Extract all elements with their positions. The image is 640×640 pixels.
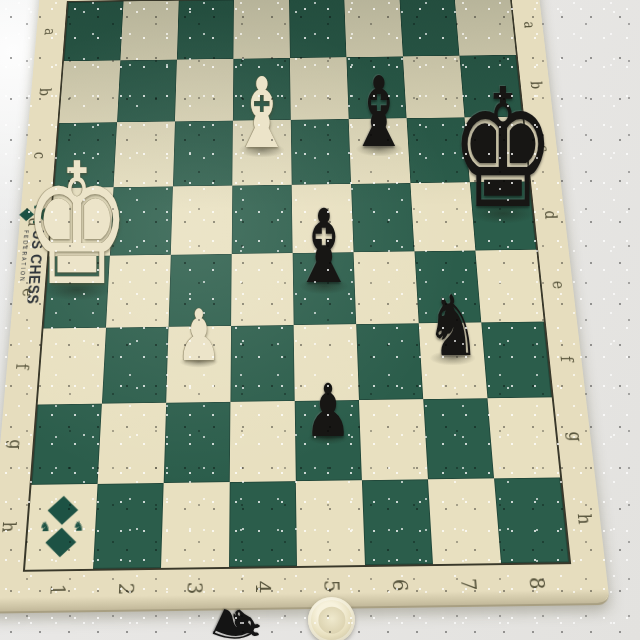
piece-white-pawn-f3[interactable]: ♟: [176, 300, 222, 371]
square-g2[interactable]: [98, 403, 167, 484]
piece-black-bishop-e5[interactable]: ♝: [291, 196, 357, 298]
square-f2[interactable]: [102, 327, 169, 404]
piece-black-knight-f7[interactable]: ♞: [426, 285, 480, 369]
file-label-right-a: a: [521, 21, 537, 28]
rank-label-bottom-2: 2: [116, 583, 137, 596]
square-h5[interactable]: [296, 480, 365, 566]
rank-label-bottom-4: 4: [253, 581, 273, 594]
square-e6[interactable]: [354, 251, 419, 324]
rank-label-bottom-1: 1: [47, 583, 68, 596]
file-label-left-b: b: [37, 88, 53, 96]
square-h8[interactable]: [494, 477, 569, 563]
square-h7[interactable]: [428, 478, 501, 564]
rank-label-bottom-3: 3: [184, 582, 204, 595]
square-b5[interactable]: [290, 57, 349, 120]
square-a8[interactable]: [455, 0, 516, 56]
square-c5[interactable]: [291, 119, 351, 185]
rank-label-bottom-8: 8: [526, 577, 547, 590]
file-label-right-h: h: [575, 513, 594, 524]
rank-label-bottom-5: 5: [321, 580, 341, 593]
square-g4[interactable]: [230, 401, 296, 482]
square-g8[interactable]: [487, 397, 560, 478]
captured-white-piece[interactable]: [308, 597, 355, 640]
square-g1[interactable]: [32, 404, 102, 485]
square-a3[interactable]: [177, 0, 234, 60]
table-surface: ♞♞♞♞ US CHESS FEDERATION ♞♞♞♞ aabbccddee…: [0, 0, 640, 640]
file-label-right-f: f: [558, 356, 575, 362]
square-a6[interactable]: [344, 0, 403, 57]
square-g6[interactable]: [359, 399, 428, 480]
square-b3[interactable]: [175, 59, 233, 122]
square-f6[interactable]: [356, 323, 423, 400]
piece-black-pawn-g5[interactable]: ♟: [304, 374, 351, 447]
piece-black-king-d8[interactable]: ♚: [450, 68, 556, 232]
rank-label-bottom-7: 7: [458, 578, 479, 591]
square-h4[interactable]: [229, 481, 297, 567]
square-d3[interactable]: [171, 186, 233, 255]
square-h2[interactable]: [93, 483, 164, 569]
square-d6[interactable]: [351, 183, 414, 252]
square-h3[interactable]: [161, 482, 230, 568]
file-label-left-g: g: [6, 439, 24, 450]
file-label-left-f: f: [13, 363, 30, 369]
square-b2[interactable]: [117, 60, 177, 123]
rank-label-bottom-6: 6: [390, 579, 411, 592]
square-h6[interactable]: [362, 479, 433, 565]
piece-black-bishop-c6[interactable]: ♝: [348, 63, 411, 160]
corner-knight-diamond-icon: ♞♞♞♞: [38, 504, 86, 548]
piece-white-bishop-c4[interactable]: ♝: [231, 65, 294, 162]
square-e8[interactable]: [475, 250, 543, 323]
square-a7[interactable]: [399, 0, 459, 56]
square-f8[interactable]: [481, 322, 551, 399]
square-c3[interactable]: [173, 121, 233, 187]
file-label-left-h: h: [0, 521, 18, 532]
square-d4[interactable]: [232, 185, 293, 254]
square-a1[interactable]: [64, 1, 124, 61]
square-b1[interactable]: [59, 60, 120, 123]
piece-white-king-e1[interactable]: ♚: [23, 140, 131, 308]
square-g7[interactable]: [423, 398, 494, 479]
square-f4[interactable]: [230, 325, 294, 402]
file-label-right-e: e: [550, 281, 567, 290]
square-g3[interactable]: [164, 402, 231, 483]
square-a4[interactable]: [233, 0, 290, 59]
square-a5[interactable]: [289, 0, 346, 58]
square-e4[interactable]: [231, 253, 294, 326]
square-a2[interactable]: [120, 1, 178, 61]
square-h1[interactable]: ♞♞♞♞: [25, 484, 98, 570]
square-f1[interactable]: [38, 328, 106, 405]
file-label-right-g: g: [566, 431, 584, 442]
file-label-left-a: a: [42, 28, 57, 35]
